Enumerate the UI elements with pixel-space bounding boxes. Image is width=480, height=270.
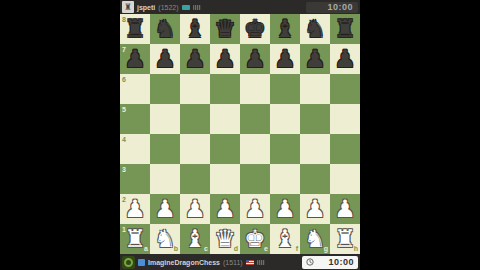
top-player-bar: ♜ jspeti (1522) 10:00	[120, 0, 360, 14]
square-e7[interactable]: ♟	[240, 44, 270, 74]
black-king[interactable]: ♚	[240, 14, 270, 44]
square-d2[interactable]: ♟	[210, 194, 240, 224]
top-player-rating: (1522)	[158, 4, 178, 11]
square-d7[interactable]: ♟	[210, 44, 240, 74]
top-player-badge-icon	[193, 5, 201, 10]
white-bishop[interactable]: ♝	[180, 224, 210, 254]
white-knight[interactable]: ♞	[300, 224, 330, 254]
square-d1[interactable]: d♛	[210, 224, 240, 254]
top-player-flag-icon	[182, 5, 190, 10]
bottom-player-flag-icon	[246, 260, 254, 265]
screenshot: ♜ jspeti (1522) 10:00 8♜♞♝♛♚♝♞♜7♟♟♟♟♟♟♟♟…	[0, 0, 480, 270]
square-d6[interactable]	[210, 74, 240, 104]
square-a8[interactable]: 8♜	[120, 14, 150, 44]
square-b2[interactable]: ♟	[150, 194, 180, 224]
bottom-player-avatar[interactable]	[122, 256, 135, 269]
chess-board[interactable]: 8♜♞♝♛♚♝♞♜7♟♟♟♟♟♟♟♟65432♟♟♟♟♟♟♟♟1a♜b♞c♝d♛…	[120, 14, 360, 254]
white-pawn[interactable]: ♟	[120, 194, 150, 224]
square-f2[interactable]: ♟	[270, 194, 300, 224]
square-f8[interactable]: ♝	[270, 14, 300, 44]
white-pawn[interactable]: ♟	[330, 194, 360, 224]
white-pawn[interactable]: ♟	[300, 194, 330, 224]
square-c2[interactable]: ♟	[180, 194, 210, 224]
square-e3[interactable]	[240, 164, 270, 194]
square-c4[interactable]	[180, 134, 210, 164]
black-rook[interactable]: ♜	[120, 14, 150, 44]
square-c7[interactable]: ♟	[180, 44, 210, 74]
black-queen[interactable]: ♛	[210, 14, 240, 44]
square-e6[interactable]	[240, 74, 270, 104]
square-a5[interactable]: 5	[120, 104, 150, 134]
square-a4[interactable]: 4	[120, 134, 150, 164]
square-b1[interactable]: b♞	[150, 224, 180, 254]
square-c6[interactable]	[180, 74, 210, 104]
black-pawn[interactable]: ♟	[150, 44, 180, 74]
black-pawn[interactable]: ♟	[210, 44, 240, 74]
white-queen[interactable]: ♛	[210, 224, 240, 254]
square-c3[interactable]	[180, 164, 210, 194]
black-pawn[interactable]: ♟	[270, 44, 300, 74]
bottom-player-clock: 10:00	[302, 256, 358, 269]
square-h4[interactable]	[330, 134, 360, 164]
square-g5[interactable]	[300, 104, 330, 134]
rank-label-4: 4	[122, 136, 126, 143]
bottom-player-name[interactable]: ImagineDragonChess	[148, 259, 220, 266]
top-player-avatar[interactable]: ♜	[122, 1, 134, 13]
square-h1[interactable]: h♜	[330, 224, 360, 254]
square-e4[interactable]	[240, 134, 270, 164]
square-c8[interactable]: ♝	[180, 14, 210, 44]
white-pawn[interactable]: ♟	[180, 194, 210, 224]
square-b6[interactable]	[150, 74, 180, 104]
black-knight[interactable]: ♞	[300, 14, 330, 44]
black-pawn[interactable]: ♟	[330, 44, 360, 74]
square-h7[interactable]: ♟	[330, 44, 360, 74]
square-g6[interactable]	[300, 74, 330, 104]
white-knight[interactable]: ♞	[150, 224, 180, 254]
black-knight[interactable]: ♞	[150, 14, 180, 44]
rank-label-6: 6	[122, 76, 126, 83]
black-rook[interactable]: ♜	[330, 14, 360, 44]
square-a2[interactable]: 2♟	[120, 194, 150, 224]
bottom-player-rating: (1511)	[223, 259, 243, 266]
square-a1[interactable]: 1a♜	[120, 224, 150, 254]
square-g3[interactable]	[300, 164, 330, 194]
white-bishop[interactable]: ♝	[270, 224, 300, 254]
square-b7[interactable]: ♟	[150, 44, 180, 74]
square-f7[interactable]: ♟	[270, 44, 300, 74]
white-pawn[interactable]: ♟	[270, 194, 300, 224]
white-pawn[interactable]: ♟	[150, 194, 180, 224]
square-h8[interactable]: ♜	[330, 14, 360, 44]
square-a6[interactable]: 6	[120, 74, 150, 104]
bottom-player-bar: ImagineDragonChess (1511) 10:00	[120, 254, 360, 270]
top-player-clock: 10:00	[306, 2, 358, 13]
white-rook[interactable]: ♜	[120, 224, 150, 254]
square-g4[interactable]	[300, 134, 330, 164]
black-pawn[interactable]: ♟	[120, 44, 150, 74]
square-h5[interactable]	[330, 104, 360, 134]
black-bishop[interactable]: ♝	[180, 14, 210, 44]
square-h6[interactable]	[330, 74, 360, 104]
square-f3[interactable]	[270, 164, 300, 194]
square-c1[interactable]: c♝	[180, 224, 210, 254]
square-f4[interactable]	[270, 134, 300, 164]
rank-label-3: 3	[122, 166, 126, 173]
rank-label-5: 5	[122, 106, 126, 113]
bottom-player-membership-icon	[138, 259, 145, 266]
square-f6[interactable]	[270, 74, 300, 104]
square-d4[interactable]	[210, 134, 240, 164]
square-b8[interactable]: ♞	[150, 14, 180, 44]
clock-icon	[306, 258, 314, 266]
square-f1[interactable]: f♝	[270, 224, 300, 254]
white-king[interactable]: ♚	[240, 224, 270, 254]
white-pawn[interactable]: ♟	[210, 194, 240, 224]
black-bishop[interactable]: ♝	[270, 14, 300, 44]
white-pawn[interactable]: ♟	[240, 194, 270, 224]
square-h2[interactable]: ♟	[330, 194, 360, 224]
square-g8[interactable]: ♞	[300, 14, 330, 44]
square-f5[interactable]	[270, 104, 300, 134]
top-player-name[interactable]: jspeti	[137, 4, 155, 11]
square-c5[interactable]	[180, 104, 210, 134]
square-b4[interactable]	[150, 134, 180, 164]
square-a3[interactable]: 3	[120, 164, 150, 194]
white-rook[interactable]: ♜	[330, 224, 360, 254]
square-e2[interactable]: ♟	[240, 194, 270, 224]
square-d8[interactable]: ♛	[210, 14, 240, 44]
black-pawn[interactable]: ♟	[180, 44, 210, 74]
square-b3[interactable]	[150, 164, 180, 194]
square-d5[interactable]	[210, 104, 240, 134]
square-a7[interactable]: 7♟	[120, 44, 150, 74]
bottom-player-badge-icon	[257, 260, 265, 265]
square-e8[interactable]: ♚	[240, 14, 270, 44]
square-g2[interactable]: ♟	[300, 194, 330, 224]
square-g7[interactable]: ♟	[300, 44, 330, 74]
chess-app: ♜ jspeti (1522) 10:00 8♜♞♝♛♚♝♞♜7♟♟♟♟♟♟♟♟…	[120, 0, 360, 270]
square-e5[interactable]	[240, 104, 270, 134]
square-b5[interactable]	[150, 104, 180, 134]
square-g1[interactable]: g♞	[300, 224, 330, 254]
square-h3[interactable]	[330, 164, 360, 194]
square-e1[interactable]: e♚	[240, 224, 270, 254]
square-d3[interactable]	[210, 164, 240, 194]
black-pawn[interactable]: ♟	[300, 44, 330, 74]
black-pawn[interactable]: ♟	[240, 44, 270, 74]
